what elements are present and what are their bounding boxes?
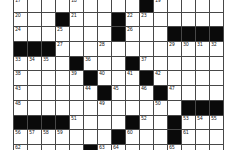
- cell-r8c8[interactable]: [112, 101, 125, 115]
- cell-r11c1[interactable]: 62: [14, 145, 27, 150]
- cell-r10c13[interactable]: 61: [182, 130, 195, 144]
- cell-r9c6[interactable]: [84, 116, 97, 130]
- cell-r10c4[interactable]: 59: [56, 130, 69, 144]
- cell-r11c11[interactable]: [154, 145, 167, 150]
- clue-number: 17: [15, 0, 21, 3]
- cell-r8c10[interactable]: [140, 101, 153, 115]
- block-cell-r4c2: [28, 42, 41, 56]
- cell-r4c4[interactable]: 27: [56, 42, 69, 56]
- clue-number: 54: [197, 116, 203, 121]
- block-cell-r4c1: [14, 42, 27, 56]
- cell-r5c11[interactable]: [154, 57, 167, 71]
- cell-r5c7[interactable]: [98, 57, 111, 71]
- clue-number: 59: [57, 130, 63, 135]
- cell-r5c15[interactable]: [210, 57, 223, 71]
- block-cell-r10c8: [112, 130, 125, 144]
- clue-number: 57: [29, 130, 35, 135]
- cell-r4c8[interactable]: [112, 42, 125, 56]
- cell-r2c3[interactable]: [42, 13, 55, 27]
- cell-r6c2[interactable]: [28, 71, 41, 85]
- clue-number: 62: [15, 145, 21, 150]
- cell-r10c1[interactable]: 56: [14, 130, 27, 144]
- cell-r1c12[interactable]: [168, 0, 181, 12]
- block-cell-r7c7: [98, 86, 111, 100]
- clue-number: 28: [99, 42, 105, 47]
- block-cell-r3c12: [168, 27, 181, 41]
- cell-r2c13[interactable]: [182, 13, 195, 27]
- block-cell-r8c13: [182, 101, 195, 115]
- cell-r4c5[interactable]: [70, 42, 83, 56]
- block-cell-r9c3: [42, 116, 55, 130]
- block-cell-r3c14: [196, 27, 209, 41]
- cell-r1c15[interactable]: [210, 0, 223, 12]
- block-cell-r6c10: [140, 71, 153, 85]
- cell-r11c13[interactable]: [182, 145, 195, 150]
- cell-r9c5[interactable]: 51: [70, 116, 83, 130]
- clue-number: 30: [183, 42, 189, 47]
- cell-r1c1[interactable]: 17: [14, 0, 27, 12]
- clue-number: 46: [141, 86, 147, 91]
- clue-number: 26: [127, 27, 133, 32]
- clue-number: 45: [113, 86, 119, 91]
- cell-r3c1[interactable]: 24: [14, 27, 27, 41]
- clue-number: 40: [99, 71, 105, 76]
- cell-r1c2[interactable]: [28, 0, 41, 12]
- clue-number: 19: [155, 0, 161, 3]
- cell-r6c3[interactable]: [42, 71, 55, 85]
- clue-number: 53: [183, 116, 189, 121]
- cell-r5c13[interactable]: [182, 57, 195, 71]
- block-cell-r8c15: [210, 101, 223, 115]
- cell-r4c15[interactable]: 32: [210, 42, 223, 56]
- cell-r10c2[interactable]: 57: [28, 130, 41, 144]
- block-cell-r5c9: [126, 57, 139, 71]
- cell-r5c6[interactable]: 36: [84, 57, 97, 71]
- clue-number: 32: [211, 42, 217, 47]
- cell-r5c1[interactable]: 33: [14, 57, 27, 71]
- cell-r11c5[interactable]: [70, 145, 83, 150]
- cell-r3c3[interactable]: [42, 27, 55, 41]
- cell-r1c3[interactable]: [42, 0, 55, 12]
- block-cell-r3c8: [112, 27, 125, 41]
- crossword-page: 1718192021222324252627282930313233343536…: [0, 0, 235, 150]
- block-cell-r9c2: [28, 116, 41, 130]
- cell-r8c11[interactable]: 50: [154, 101, 167, 115]
- cell-r10c15[interactable]: [210, 130, 223, 144]
- clue-number: 48: [15, 101, 21, 106]
- cell-r1c14[interactable]: [196, 0, 209, 12]
- cell-r3c5[interactable]: [70, 27, 83, 41]
- cell-r7c15[interactable]: [210, 86, 223, 100]
- cell-r2c6[interactable]: [84, 13, 97, 27]
- cell-r2c10[interactable]: 23: [140, 13, 153, 27]
- cell-r6c8[interactable]: [112, 71, 125, 85]
- cell-r6c4[interactable]: [56, 71, 69, 85]
- cell-r7c12[interactable]: 47: [168, 86, 181, 100]
- cell-r5c2[interactable]: 34: [28, 57, 41, 71]
- cell-r8c5[interactable]: [70, 101, 83, 115]
- clue-number: 51: [71, 116, 77, 121]
- block-cell-r3c15: [210, 27, 223, 41]
- cell-r1c4[interactable]: [56, 0, 69, 12]
- cell-r6c15[interactable]: [210, 71, 223, 85]
- cell-r4c14[interactable]: 31: [196, 42, 209, 56]
- block-cell-r9c12: [168, 116, 181, 130]
- block-cell-r9c4: [56, 116, 69, 130]
- cell-r9c10[interactable]: 52: [140, 116, 153, 130]
- cell-r10c11[interactable]: [154, 130, 167, 144]
- cell-r6c1[interactable]: 38: [14, 71, 27, 85]
- cell-r7c6[interactable]: 44: [84, 86, 97, 100]
- cell-r8c6[interactable]: [84, 101, 97, 115]
- cell-r4c13[interactable]: 30: [182, 42, 195, 56]
- cell-r2c7[interactable]: [98, 13, 111, 27]
- cell-r2c9[interactable]: 22: [126, 13, 139, 27]
- cell-r6c13[interactable]: [182, 71, 195, 85]
- block-cell-r3c13: [182, 27, 195, 41]
- cell-r11c8[interactable]: 64: [112, 145, 125, 150]
- cell-r11c12[interactable]: 65: [168, 145, 181, 150]
- cell-r10c9[interactable]: 60: [126, 130, 139, 144]
- cell-r9c15[interactable]: 55: [210, 116, 223, 130]
- clue-number: 39: [71, 71, 77, 76]
- cell-r6c9[interactable]: 41: [126, 71, 139, 85]
- cell-r2c15[interactable]: [210, 13, 223, 27]
- cell-r9c7[interactable]: [98, 116, 111, 130]
- cell-r7c4[interactable]: [56, 86, 69, 100]
- cell-r3c10[interactable]: [140, 27, 153, 41]
- cell-r8c4[interactable]: [56, 101, 69, 115]
- cell-r11c7[interactable]: 63: [98, 145, 111, 150]
- block-cell-r2c4: [56, 13, 69, 27]
- cell-r3c6[interactable]: [84, 27, 97, 41]
- cell-r2c12[interactable]: [168, 13, 181, 27]
- cell-r6c7[interactable]: 40: [98, 71, 111, 85]
- clue-number: 24: [15, 27, 21, 32]
- cell-r6c14[interactable]: [196, 71, 209, 85]
- cell-r7c10[interactable]: 46: [140, 86, 153, 100]
- clue-number: 21: [71, 13, 77, 18]
- cell-r8c2[interactable]: [28, 101, 41, 115]
- clue-number: 43: [15, 86, 21, 91]
- cell-r2c1[interactable]: 20: [14, 13, 27, 27]
- cell-r7c9[interactable]: [126, 86, 139, 100]
- cell-r3c2[interactable]: [28, 27, 41, 41]
- cell-r7c14[interactable]: [196, 86, 209, 100]
- cell-r10c14[interactable]: [196, 130, 209, 144]
- clue-number: 50: [155, 101, 161, 106]
- cell-r7c8[interactable]: 45: [112, 86, 125, 100]
- cell-r5c4[interactable]: [56, 57, 69, 71]
- cell-r4c10[interactable]: [140, 42, 153, 56]
- clue-number: 33: [15, 57, 21, 62]
- cell-r1c5[interactable]: 18: [70, 0, 83, 12]
- cell-r11c2[interactable]: [28, 145, 41, 150]
- clue-number: 31: [197, 42, 203, 47]
- clue-number: 52: [141, 116, 147, 121]
- clue-number: 35: [43, 57, 49, 62]
- block-cell-r9c9: [126, 116, 139, 130]
- clue-number: 27: [57, 42, 63, 47]
- block-cell-r10c12: [168, 130, 181, 144]
- cell-r2c2[interactable]: [28, 13, 41, 27]
- cell-r2c11[interactable]: [154, 13, 167, 27]
- clue-number: 58: [43, 130, 49, 135]
- cell-r3c11[interactable]: [154, 27, 167, 41]
- cell-r4c11[interactable]: [154, 42, 167, 56]
- cell-r10c5[interactable]: [70, 130, 83, 144]
- block-cell-r6c6: [84, 71, 97, 85]
- cell-r7c13[interactable]: [182, 86, 195, 100]
- clue-number: 41: [127, 71, 133, 76]
- clue-number: 22: [127, 13, 133, 18]
- cell-r9c13[interactable]: 53: [182, 116, 195, 130]
- clue-number: 60: [127, 130, 133, 135]
- cell-r4c9[interactable]: [126, 42, 139, 56]
- block-cell-r9c1: [14, 116, 27, 130]
- clue-number: 20: [15, 13, 21, 18]
- cell-r5c8[interactable]: [112, 57, 125, 71]
- cell-r10c3[interactable]: 58: [42, 130, 55, 144]
- clue-number: 47: [169, 86, 175, 91]
- cell-r1c6[interactable]: [84, 0, 97, 12]
- cell-r11c9[interactable]: [126, 145, 139, 150]
- clue-number: 44: [85, 86, 91, 91]
- clue-number: 34: [29, 57, 35, 62]
- cell-r6c12[interactable]: [168, 71, 181, 85]
- cell-r4c6[interactable]: [84, 42, 97, 56]
- block-cell-r2c8: [112, 13, 125, 27]
- clue-number: 65: [169, 145, 175, 150]
- cell-r2c5[interactable]: 21: [70, 13, 83, 27]
- crossword-grid: 1718192021222324252627282930313233343536…: [13, 0, 224, 150]
- block-cell-r5c5: [70, 57, 83, 71]
- cell-r1c8[interactable]: [112, 0, 125, 12]
- cell-r7c1[interactable]: 43: [14, 86, 27, 100]
- cell-r3c4[interactable]: 25: [56, 27, 69, 41]
- cell-r5c12[interactable]: [168, 57, 181, 71]
- clue-number: 63: [99, 145, 105, 150]
- cell-r7c5[interactable]: [70, 86, 83, 100]
- clue-number: 23: [141, 13, 147, 18]
- cell-r8c12[interactable]: [168, 101, 181, 115]
- cell-r8c9[interactable]: [126, 101, 139, 115]
- cell-r8c1[interactable]: 48: [14, 101, 27, 115]
- cell-r11c10[interactable]: [140, 145, 153, 150]
- clue-number: 61: [183, 130, 189, 135]
- cell-r5c3[interactable]: 35: [42, 57, 55, 71]
- block-cell-r1c10: [140, 0, 153, 12]
- cell-r11c3[interactable]: [42, 145, 55, 150]
- cell-r1c13[interactable]: [182, 0, 195, 12]
- clue-number: 18: [71, 0, 77, 3]
- cell-r10c10[interactable]: [140, 130, 153, 144]
- cell-r10c7[interactable]: [98, 130, 111, 144]
- clue-number: 37: [141, 57, 147, 62]
- cell-r11c14[interactable]: [196, 145, 209, 150]
- cell-r9c14[interactable]: 54: [196, 116, 209, 130]
- cell-r4c7[interactable]: 28: [98, 42, 111, 56]
- cell-r4c12[interactable]: 29: [168, 42, 181, 56]
- cell-r7c2[interactable]: [28, 86, 41, 100]
- clue-number: 42: [155, 71, 161, 76]
- cell-r10c6[interactable]: [84, 130, 97, 144]
- cell-r7c3[interactable]: [42, 86, 55, 100]
- cell-r5c10[interactable]: 37: [140, 57, 153, 71]
- cell-r3c9[interactable]: 26: [126, 27, 139, 41]
- cell-r8c7[interactable]: 49: [98, 101, 111, 115]
- cell-r3c7[interactable]: [98, 27, 111, 41]
- cell-r2c14[interactable]: [196, 13, 209, 27]
- clue-number: 38: [15, 71, 21, 76]
- block-cell-r4c3: [42, 42, 55, 56]
- block-cell-r8c14: [196, 101, 209, 115]
- cell-r1c7[interactable]: [98, 0, 111, 12]
- block-cell-r7c11: [154, 86, 167, 100]
- cell-r11c15[interactable]: [210, 145, 223, 150]
- cell-r11c4[interactable]: [56, 145, 69, 150]
- clue-number: 55: [211, 116, 217, 121]
- clue-number: 56: [15, 130, 21, 135]
- cell-r6c11[interactable]: 42: [154, 71, 167, 85]
- cell-r9c11[interactable]: [154, 116, 167, 130]
- cell-r1c9[interactable]: [126, 0, 139, 12]
- clue-number: 25: [57, 27, 63, 32]
- cell-r8c3[interactable]: [42, 101, 55, 115]
- cell-r6c5[interactable]: 39: [70, 71, 83, 85]
- cell-r1c11[interactable]: 19: [154, 0, 167, 12]
- clue-number: 29: [169, 42, 175, 47]
- cell-r9c8[interactable]: [112, 116, 125, 130]
- clue-number: 64: [113, 145, 119, 150]
- cell-r5c14[interactable]: [196, 57, 209, 71]
- block-cell-r11c6: [84, 145, 97, 150]
- clue-number: 49: [99, 101, 105, 106]
- clue-number: 36: [85, 57, 91, 62]
